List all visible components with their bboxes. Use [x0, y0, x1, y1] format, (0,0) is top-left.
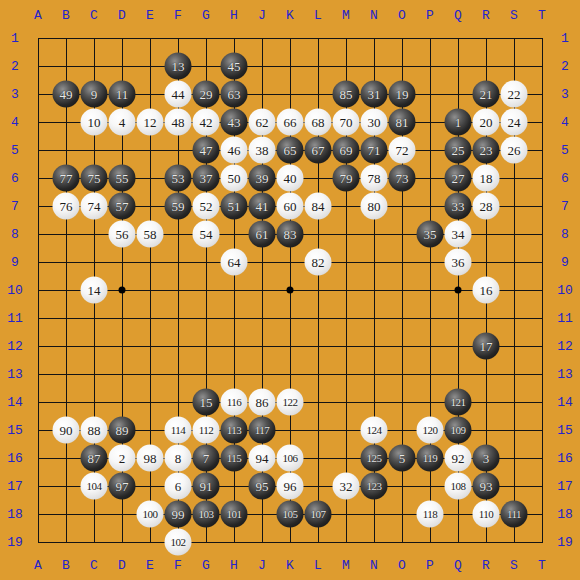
row-label-left-9: 9 [11, 256, 19, 269]
stone-white-114-F15[interactable]: 114 [165, 417, 192, 444]
stone-white-30-N4[interactable]: 30 [361, 109, 388, 136]
stone-white-82-L9[interactable]: 82 [305, 249, 332, 276]
row-label-left-11: 11 [7, 312, 23, 325]
row-label-left-1: 1 [11, 32, 19, 45]
col-label-bottom-E: E [146, 559, 154, 572]
col-label-top-G: G [202, 9, 210, 22]
stone-white-76-B7[interactable]: 76 [53, 193, 80, 220]
stone-white-68-L4[interactable]: 68 [305, 109, 332, 136]
col-label-top-R: R [482, 9, 490, 22]
stone-black-109-Q15[interactable]: 109 [445, 417, 472, 444]
stone-black-7-G16[interactable]: 7 [193, 445, 220, 472]
row-label-left-17: 17 [7, 480, 23, 493]
stone-black-71-N5[interactable]: 71 [361, 137, 388, 164]
row-label-right-14: 14 [557, 396, 573, 409]
row-label-left-16: 16 [7, 452, 23, 465]
stone-black-25-Q5[interactable]: 25 [445, 137, 472, 164]
stone-white-8-F16[interactable]: 8 [165, 445, 192, 472]
stone-black-87-C16[interactable]: 87 [81, 445, 108, 472]
stone-black-41-J7[interactable]: 41 [249, 193, 276, 220]
stone-black-121-Q14[interactable]: 121 [445, 389, 472, 416]
stone-white-108-Q17[interactable]: 108 [445, 473, 472, 500]
stone-white-120-P15[interactable]: 120 [417, 417, 444, 444]
stone-black-61-J8[interactable]: 61 [249, 221, 276, 248]
stone-white-102-F19[interactable]: 102 [165, 529, 192, 556]
col-label-bottom-N: N [370, 559, 378, 572]
stone-black-31-N3[interactable]: 31 [361, 81, 388, 108]
row-label-left-13: 13 [7, 368, 23, 381]
stone-black-119-P16[interactable]: 119 [417, 445, 444, 472]
row-label-right-4: 4 [561, 116, 569, 129]
stone-white-70-M4[interactable]: 70 [333, 109, 360, 136]
stone-white-2-D16[interactable]: 2 [109, 445, 136, 472]
row-label-right-13: 13 [557, 368, 573, 381]
stone-black-95-J17[interactable]: 95 [249, 473, 276, 500]
stone-black-37-G6[interactable]: 37 [193, 165, 220, 192]
stone-white-10-C4[interactable]: 10 [81, 109, 108, 136]
row-label-right-5: 5 [561, 144, 569, 157]
row-label-right-17: 17 [557, 480, 573, 493]
stone-white-124-N15[interactable]: 124 [361, 417, 388, 444]
col-label-top-C: C [90, 9, 98, 22]
row-label-right-16: 16 [557, 452, 573, 465]
col-label-bottom-D: D [118, 559, 126, 572]
row-label-left-18: 18 [7, 508, 23, 521]
stone-black-93-R17[interactable]: 93 [473, 473, 500, 500]
row-label-left-12: 12 [7, 340, 23, 353]
stone-white-50-H6[interactable]: 50 [221, 165, 248, 192]
stone-black-123-N17[interactable]: 123 [361, 473, 388, 500]
stone-black-67-L5[interactable]: 67 [305, 137, 332, 164]
stone-black-35-P8[interactable]: 35 [417, 221, 444, 248]
col-label-top-M: M [342, 9, 350, 22]
stone-white-34-Q8[interactable]: 34 [445, 221, 472, 248]
col-label-bottom-P: P [426, 559, 434, 572]
stone-white-118-P18[interactable]: 118 [417, 501, 444, 528]
row-label-right-12: 12 [557, 340, 573, 353]
stone-white-48-F4[interactable]: 48 [165, 109, 192, 136]
stone-black-19-O3[interactable]: 19 [389, 81, 416, 108]
stone-black-115-H16[interactable]: 115 [221, 445, 248, 472]
stone-white-86-J14[interactable]: 86 [249, 389, 276, 416]
stone-black-51-H7[interactable]: 51 [221, 193, 248, 220]
stone-black-57-D7[interactable]: 57 [109, 193, 136, 220]
stone-white-60-K7[interactable]: 60 [277, 193, 304, 220]
row-label-left-4: 4 [11, 116, 19, 129]
stone-black-107-L18[interactable]: 107 [305, 501, 332, 528]
row-label-left-10: 10 [7, 284, 23, 297]
stone-black-81-O4[interactable]: 81 [389, 109, 416, 136]
stone-black-75-C6[interactable]: 75 [81, 165, 108, 192]
row-label-left-6: 6 [11, 172, 19, 185]
stone-white-46-H5[interactable]: 46 [221, 137, 248, 164]
stone-black-9-C3[interactable]: 9 [81, 81, 108, 108]
row-label-left-19: 19 [7, 536, 23, 549]
col-label-top-B: B [62, 9, 70, 22]
col-label-top-T: T [538, 9, 546, 22]
stone-white-12-E4[interactable]: 12 [137, 109, 164, 136]
stone-black-97-D17[interactable]: 97 [109, 473, 136, 500]
col-label-top-A: A [34, 9, 42, 22]
stone-white-28-R7[interactable]: 28 [473, 193, 500, 220]
col-label-bottom-H: H [230, 559, 238, 572]
stone-white-14-C10[interactable]: 14 [81, 277, 108, 304]
col-label-bottom-O: O [398, 559, 406, 572]
stone-white-78-N6[interactable]: 78 [361, 165, 388, 192]
col-label-bottom-K: K [286, 559, 294, 572]
col-label-bottom-Q: Q [454, 559, 462, 572]
stone-white-38-J5[interactable]: 38 [249, 137, 276, 164]
stone-black-33-Q7[interactable]: 33 [445, 193, 472, 220]
col-label-top-P: P [426, 9, 434, 22]
stone-black-63-H3[interactable]: 63 [221, 81, 248, 108]
row-label-left-5: 5 [11, 144, 19, 157]
row-label-left-15: 15 [7, 424, 23, 437]
row-label-right-9: 9 [561, 256, 569, 269]
col-label-bottom-S: S [510, 559, 518, 572]
go-board[interactable]: AABBCCDDEEFFGGHHJJKKLLMMNNOOPPQQRRSSTT11… [0, 0, 580, 580]
row-label-left-8: 8 [11, 228, 19, 241]
stone-white-6-F17[interactable]: 6 [165, 473, 192, 500]
stone-white-72-O5[interactable]: 72 [389, 137, 416, 164]
stone-black-17-R12[interactable]: 17 [473, 333, 500, 360]
stone-black-49-B3[interactable]: 49 [53, 81, 80, 108]
stone-white-52-G7[interactable]: 52 [193, 193, 220, 220]
stone-black-55-D6[interactable]: 55 [109, 165, 136, 192]
stone-black-79-M6[interactable]: 79 [333, 165, 360, 192]
stone-black-59-F7[interactable]: 59 [165, 193, 192, 220]
row-label-right-19: 19 [557, 536, 573, 549]
stone-white-84-L7[interactable]: 84 [305, 193, 332, 220]
stone-white-116-H14[interactable]: 116 [221, 389, 248, 416]
stone-white-62-J4[interactable]: 62 [249, 109, 276, 136]
stone-black-3-R16[interactable]: 3 [473, 445, 500, 472]
stone-white-100-E18[interactable]: 100 [137, 501, 164, 528]
stone-black-125-N16[interactable]: 125 [361, 445, 388, 472]
col-label-bottom-L: L [314, 559, 322, 572]
col-label-top-F: F [174, 9, 182, 22]
star-point-D10 [119, 287, 126, 294]
stone-black-1-Q4[interactable]: 1 [445, 109, 472, 136]
stone-black-117-J15[interactable]: 117 [249, 417, 276, 444]
stone-black-29-G3[interactable]: 29 [193, 81, 220, 108]
col-label-top-O: O [398, 9, 406, 22]
stone-black-27-Q6[interactable]: 27 [445, 165, 472, 192]
col-label-top-E: E [146, 9, 154, 22]
stone-black-65-K5[interactable]: 65 [277, 137, 304, 164]
stone-black-77-B6[interactable]: 77 [53, 165, 80, 192]
col-label-top-N: N [370, 9, 378, 22]
stone-white-42-G4[interactable]: 42 [193, 109, 220, 136]
stone-white-18-R6[interactable]: 18 [473, 165, 500, 192]
stone-white-98-E16[interactable]: 98 [137, 445, 164, 472]
row-label-right-11: 11 [557, 312, 573, 325]
star-point-Q10 [455, 287, 462, 294]
stone-black-89-D15[interactable]: 89 [109, 417, 136, 444]
stone-black-21-R3[interactable]: 21 [473, 81, 500, 108]
stone-white-94-J16[interactable]: 94 [249, 445, 276, 472]
row-label-right-7: 7 [561, 200, 569, 213]
stone-white-110-R18[interactable]: 110 [473, 501, 500, 528]
stone-black-105-K18[interactable]: 105 [277, 501, 304, 528]
stone-white-90-B15[interactable]: 90 [53, 417, 80, 444]
row-label-right-15: 15 [557, 424, 573, 437]
stone-black-83-K8[interactable]: 83 [277, 221, 304, 248]
row-label-right-18: 18 [557, 508, 573, 521]
stone-black-13-F2[interactable]: 13 [165, 53, 192, 80]
stone-white-104-C17[interactable]: 104 [81, 473, 108, 500]
stone-white-36-Q9[interactable]: 36 [445, 249, 472, 276]
col-label-bottom-B: B [62, 559, 70, 572]
stone-white-88-C15[interactable]: 88 [81, 417, 108, 444]
stone-white-22-S3[interactable]: 22 [501, 81, 528, 108]
stone-black-91-G17[interactable]: 91 [193, 473, 220, 500]
stone-black-11-D3[interactable]: 11 [109, 81, 136, 108]
stone-black-103-G18[interactable]: 103 [193, 501, 220, 528]
stone-white-24-S4[interactable]: 24 [501, 109, 528, 136]
col-label-bottom-J: J [258, 559, 266, 572]
stone-black-43-H4[interactable]: 43 [221, 109, 248, 136]
stone-black-69-M5[interactable]: 69 [333, 137, 360, 164]
stone-white-92-Q16[interactable]: 92 [445, 445, 472, 472]
stone-white-54-G8[interactable]: 54 [193, 221, 220, 248]
row-label-right-3: 3 [561, 88, 569, 101]
col-label-bottom-G: G [202, 559, 210, 572]
col-label-top-J: J [258, 9, 266, 22]
row-label-right-10: 10 [557, 284, 573, 297]
stone-black-111-S18[interactable]: 111 [501, 501, 528, 528]
stone-black-99-F18[interactable]: 99 [165, 501, 192, 528]
col-label-top-D: D [118, 9, 126, 22]
col-label-bottom-T: T [538, 559, 546, 572]
stone-white-58-E8[interactable]: 58 [137, 221, 164, 248]
stone-white-32-M17[interactable]: 32 [333, 473, 360, 500]
row-label-left-14: 14 [7, 396, 23, 409]
stone-white-40-K6[interactable]: 40 [277, 165, 304, 192]
col-label-top-L: L [314, 9, 322, 22]
row-label-right-6: 6 [561, 172, 569, 185]
star-point-K10 [287, 287, 294, 294]
col-label-top-S: S [510, 9, 518, 22]
row-label-left-2: 2 [11, 60, 19, 73]
col-label-bottom-C: C [90, 559, 98, 572]
row-label-right-8: 8 [561, 228, 569, 241]
stone-white-20-R4[interactable]: 20 [473, 109, 500, 136]
stone-white-106-K16[interactable]: 106 [277, 445, 304, 472]
stone-white-4-D4[interactable]: 4 [109, 109, 136, 136]
stone-black-53-F6[interactable]: 53 [165, 165, 192, 192]
row-label-left-3: 3 [11, 88, 19, 101]
row-label-left-7: 7 [11, 200, 19, 213]
stone-white-74-C7[interactable]: 74 [81, 193, 108, 220]
stone-black-23-R5[interactable]: 23 [473, 137, 500, 164]
stone-white-80-N7[interactable]: 80 [361, 193, 388, 220]
stone-white-122-K14[interactable]: 122 [277, 389, 304, 416]
stone-black-101-H18[interactable]: 101 [221, 501, 248, 528]
stone-white-96-K17[interactable]: 96 [277, 473, 304, 500]
col-label-top-H: H [230, 9, 238, 22]
stone-black-47-G5[interactable]: 47 [193, 137, 220, 164]
col-label-bottom-F: F [174, 559, 182, 572]
stone-black-113-H15[interactable]: 113 [221, 417, 248, 444]
stone-white-26-S5[interactable]: 26 [501, 137, 528, 164]
stone-black-39-J6[interactable]: 39 [249, 165, 276, 192]
stone-black-45-H2[interactable]: 45 [221, 53, 248, 80]
col-label-bottom-A: A [34, 559, 42, 572]
row-label-right-1: 1 [561, 32, 569, 45]
col-label-top-K: K [286, 9, 294, 22]
stone-black-85-M3[interactable]: 85 [333, 81, 360, 108]
row-label-right-2: 2 [561, 60, 569, 73]
stone-black-73-O6[interactable]: 73 [389, 165, 416, 192]
stone-white-64-H9[interactable]: 64 [221, 249, 248, 276]
col-label-bottom-R: R [482, 559, 490, 572]
stone-black-15-G14[interactable]: 15 [193, 389, 220, 416]
stone-white-44-F3[interactable]: 44 [165, 81, 192, 108]
stone-white-112-G15[interactable]: 112 [193, 417, 220, 444]
stone-black-5-O16[interactable]: 5 [389, 445, 416, 472]
col-label-bottom-M: M [342, 559, 350, 572]
col-label-top-Q: Q [454, 9, 462, 22]
stone-white-66-K4[interactable]: 66 [277, 109, 304, 136]
stone-white-56-D8[interactable]: 56 [109, 221, 136, 248]
stone-white-16-R10[interactable]: 16 [473, 277, 500, 304]
